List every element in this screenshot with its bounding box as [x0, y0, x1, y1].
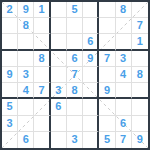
cell-r6c1[interactable]	[2, 83, 18, 99]
cell-r9c7[interactable]: 5	[99, 132, 115, 148]
cell-r1c4[interactable]	[51, 2, 67, 18]
cell-r6c3[interactable]: 7	[34, 83, 50, 99]
cell-r7c9[interactable]	[132, 99, 148, 115]
cell-r5c6[interactable]	[83, 67, 99, 83]
cell-r6c6[interactable]	[83, 83, 99, 99]
cell-r3c4[interactable]	[51, 34, 67, 50]
cell-r2c5[interactable]	[67, 18, 83, 34]
cell-r3c5[interactable]	[67, 34, 83, 50]
cell-r5c4[interactable]	[51, 67, 67, 83]
cell-r7c4[interactable]: 6	[51, 99, 67, 115]
cell-r7c2[interactable]	[18, 99, 34, 115]
cell-r1c5[interactable]: 5	[67, 2, 83, 18]
cell-r1c9[interactable]	[132, 2, 148, 18]
cell-r8c5[interactable]	[67, 116, 83, 132]
cell-r3c8[interactable]	[116, 34, 132, 50]
cell-r7c6[interactable]	[83, 99, 99, 115]
cell-r7c1[interactable]: 5	[2, 99, 18, 115]
cell-r6c9[interactable]	[132, 83, 148, 99]
cell-r9c1[interactable]	[2, 132, 18, 148]
cell-r7c5[interactable]	[67, 99, 83, 115]
cell-r2c1[interactable]	[2, 18, 18, 34]
cell-r4c3[interactable]: 8	[34, 51, 50, 67]
cell-r8c4[interactable]	[51, 116, 67, 132]
cell-r4c1[interactable]	[2, 51, 18, 67]
cell-r2c4[interactable]	[51, 18, 67, 34]
cell-r2c8[interactable]	[116, 18, 132, 34]
cell-r9c5[interactable]: 3	[67, 132, 83, 148]
cell-r3c3[interactable]	[34, 34, 50, 50]
cell-r6c8[interactable]	[116, 83, 132, 99]
cell-r8c2[interactable]	[18, 116, 34, 132]
cell-r8c8[interactable]: 6	[116, 116, 132, 132]
cell-r2c7[interactable]	[99, 18, 115, 34]
cell-r8c9[interactable]	[132, 116, 148, 132]
cell-r8c3[interactable]	[34, 116, 50, 132]
cell-r5c9[interactable]: 8	[132, 67, 148, 83]
cell-r7c8[interactable]	[116, 99, 132, 115]
sudoku-board: 291588761869739374847389563663579	[0, 0, 150, 150]
cell-r4c2[interactable]	[18, 51, 34, 67]
cell-r5c2[interactable]: 3	[18, 67, 34, 83]
cell-r4c9[interactable]	[132, 51, 148, 67]
cell-r1c1[interactable]: 2	[2, 2, 18, 18]
cell-r9c4[interactable]	[51, 132, 67, 148]
cell-r3c1[interactable]	[2, 34, 18, 50]
sudoku-grid: 291588761869739374847389563663579	[2, 2, 148, 148]
cell-r2c9[interactable]: 7	[132, 18, 148, 34]
cell-r1c7[interactable]	[99, 2, 115, 18]
cell-r5c5[interactable]: 7	[67, 67, 83, 83]
cell-r7c3[interactable]	[34, 99, 50, 115]
cell-r6c2[interactable]: 4	[18, 83, 34, 99]
cell-r2c6[interactable]	[83, 18, 99, 34]
cell-r9c9[interactable]: 9	[132, 132, 148, 148]
cell-r6c7[interactable]: 9	[99, 83, 115, 99]
cell-r3c9[interactable]: 1	[132, 34, 148, 50]
cell-r1c3[interactable]: 1	[34, 2, 50, 18]
cell-r5c8[interactable]: 4	[116, 67, 132, 83]
cell-r8c1[interactable]: 3	[2, 116, 18, 132]
cell-r2c3[interactable]	[34, 18, 50, 34]
cell-r5c7[interactable]	[99, 67, 115, 83]
cell-r4c6[interactable]: 9	[83, 51, 99, 67]
cell-r5c3[interactable]	[34, 67, 50, 83]
cell-r1c6[interactable]	[83, 2, 99, 18]
cell-r9c8[interactable]: 7	[116, 132, 132, 148]
cell-r9c3[interactable]	[34, 132, 50, 148]
cell-r8c7[interactable]	[99, 116, 115, 132]
cell-r8c6[interactable]	[83, 116, 99, 132]
cell-r6c5[interactable]: 8	[67, 83, 83, 99]
cell-r4c7[interactable]: 7	[99, 51, 115, 67]
cell-r9c2[interactable]: 6	[18, 132, 34, 148]
cell-r7c7[interactable]	[99, 99, 115, 115]
cell-r9c6[interactable]	[83, 132, 99, 148]
cell-r6c4[interactable]: 3	[51, 83, 67, 99]
cell-r5c1[interactable]: 9	[2, 67, 18, 83]
cell-r3c2[interactable]	[18, 34, 34, 50]
cell-r2c2[interactable]: 8	[18, 18, 34, 34]
cell-r1c8[interactable]: 8	[116, 2, 132, 18]
cell-r4c5[interactable]: 6	[67, 51, 83, 67]
cell-r1c2[interactable]: 9	[18, 2, 34, 18]
cell-r3c7[interactable]	[99, 34, 115, 50]
cell-r3c6[interactable]: 6	[83, 34, 99, 50]
cell-r4c8[interactable]: 3	[116, 51, 132, 67]
cell-r4c4[interactable]	[51, 51, 67, 67]
